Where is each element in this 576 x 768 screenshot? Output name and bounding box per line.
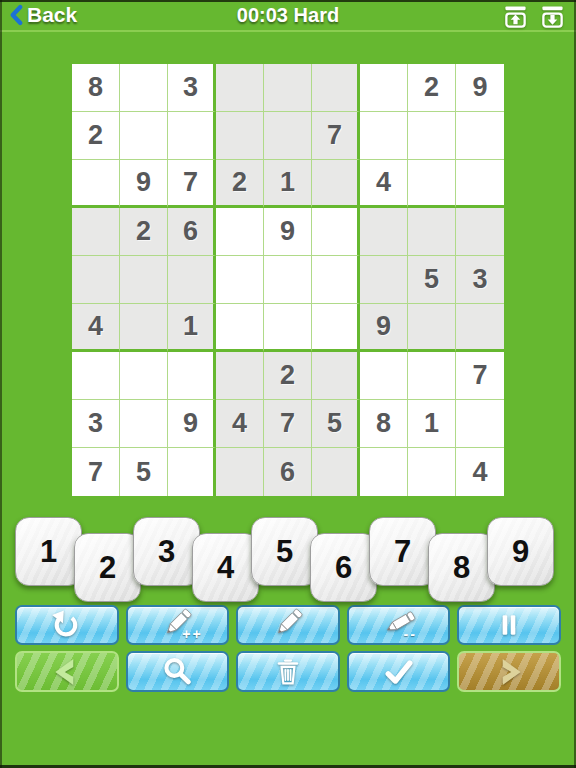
pause-button[interactable] bbox=[457, 605, 561, 645]
sudoku-cell[interactable]: 2 bbox=[408, 64, 456, 112]
sudoku-cell[interactable] bbox=[360, 352, 408, 400]
sudoku-cell[interactable] bbox=[456, 112, 504, 160]
number-tile-label: 7 bbox=[394, 534, 411, 570]
toolbar-row-1: ++-- bbox=[15, 605, 561, 645]
sudoku-cell[interactable]: 1 bbox=[408, 400, 456, 448]
sudoku-cell[interactable] bbox=[168, 256, 216, 304]
back-button[interactable]: Back bbox=[8, 3, 77, 27]
sudoku-cell[interactable] bbox=[312, 352, 360, 400]
sudoku-cell[interactable]: 9 bbox=[360, 304, 408, 352]
sudoku-cell[interactable] bbox=[216, 304, 264, 352]
toolbar-row-2 bbox=[15, 651, 561, 692]
sudoku-cell[interactable]: 9 bbox=[264, 208, 312, 256]
sudoku-cell[interactable] bbox=[360, 256, 408, 304]
sudoku-cell[interactable]: 7 bbox=[72, 448, 120, 496]
import-button[interactable] bbox=[539, 4, 566, 29]
number-tile-label: 9 bbox=[512, 534, 529, 570]
sudoku-cell[interactable]: 8 bbox=[360, 400, 408, 448]
sudoku-cell[interactable]: 2 bbox=[120, 208, 168, 256]
sudoku-cell[interactable]: 3 bbox=[456, 256, 504, 304]
sudoku-cell[interactable]: 8 bbox=[72, 64, 120, 112]
number-tile-7[interactable]: 7 bbox=[369, 517, 436, 586]
sudoku-cell[interactable]: 4 bbox=[72, 304, 120, 352]
sudoku-cell[interactable]: 6 bbox=[264, 448, 312, 496]
top-bar: Back 00:03 Hard bbox=[0, 0, 576, 32]
pencil-icon bbox=[268, 606, 308, 644]
sudoku-cell[interactable] bbox=[168, 112, 216, 160]
sudoku-cell[interactable]: 5 bbox=[408, 256, 456, 304]
sudoku-cell[interactable]: 7 bbox=[456, 352, 504, 400]
page-title: 00:03 Hard bbox=[0, 4, 576, 27]
back-label: Back bbox=[27, 3, 77, 27]
pencil-marks-remove-button[interactable]: -- bbox=[347, 605, 451, 645]
sudoku-cell[interactable] bbox=[120, 64, 168, 112]
delete-button[interactable] bbox=[236, 651, 340, 692]
number-tile-label: 3 bbox=[158, 534, 175, 570]
sudoku-cell[interactable] bbox=[312, 304, 360, 352]
number-tile-label: 1 bbox=[40, 534, 57, 570]
sudoku-cell[interactable]: 7 bbox=[312, 112, 360, 160]
number-tile-label: 4 bbox=[217, 550, 234, 586]
sudoku-cell[interactable] bbox=[264, 112, 312, 160]
sudoku-cell[interactable] bbox=[216, 208, 264, 256]
number-tile-label: 5 bbox=[276, 534, 293, 570]
sudoku-cell[interactable]: 6 bbox=[168, 208, 216, 256]
arrow-right-icon bbox=[489, 654, 529, 690]
sudoku-cell[interactable]: 2 bbox=[72, 112, 120, 160]
sudoku-cell[interactable] bbox=[120, 112, 168, 160]
timer-text: 00:03 bbox=[237, 4, 288, 26]
sudoku-cell[interactable]: 7 bbox=[168, 160, 216, 208]
sudoku-cell[interactable] bbox=[168, 448, 216, 496]
sudoku-cell[interactable]: 4 bbox=[360, 160, 408, 208]
sudoku-cell[interactable]: 5 bbox=[312, 400, 360, 448]
sudoku-cell[interactable] bbox=[360, 64, 408, 112]
previous-button[interactable] bbox=[15, 651, 119, 692]
sudoku-cell[interactable] bbox=[360, 448, 408, 496]
sudoku-cell[interactable] bbox=[120, 304, 168, 352]
number-tile-3[interactable]: 3 bbox=[133, 517, 200, 586]
sudoku-cell[interactable]: 3 bbox=[72, 400, 120, 448]
tray-down-icon bbox=[539, 4, 566, 29]
number-tile-8[interactable]: 8 bbox=[428, 533, 495, 602]
sudoku-cell[interactable] bbox=[456, 160, 504, 208]
sudoku-cell[interactable] bbox=[264, 304, 312, 352]
undo-icon bbox=[48, 607, 85, 643]
sudoku-cell[interactable] bbox=[120, 352, 168, 400]
sudoku-cell[interactable]: 3 bbox=[168, 64, 216, 112]
sudoku-cell[interactable] bbox=[408, 208, 456, 256]
sudoku-cell[interactable] bbox=[216, 112, 264, 160]
sudoku-cell[interactable] bbox=[456, 304, 504, 352]
number-tile-4[interactable]: 4 bbox=[192, 533, 259, 602]
sudoku-cell[interactable]: 1 bbox=[168, 304, 216, 352]
sudoku-cell[interactable] bbox=[216, 448, 264, 496]
sudoku-cell[interactable]: 9 bbox=[456, 64, 504, 112]
number-tile-label: 6 bbox=[335, 550, 352, 586]
number-tile-1[interactable]: 1 bbox=[15, 517, 82, 586]
sudoku-cell[interactable] bbox=[312, 208, 360, 256]
sudoku-cell[interactable]: 9 bbox=[168, 400, 216, 448]
magnifier-icon bbox=[159, 654, 196, 690]
sudoku-cell[interactable]: 2 bbox=[216, 160, 264, 208]
sudoku-cell[interactable] bbox=[264, 64, 312, 112]
sudoku-cell[interactable] bbox=[456, 208, 504, 256]
sudoku-cell[interactable] bbox=[408, 448, 456, 496]
number-tile-6[interactable]: 6 bbox=[310, 533, 377, 602]
sudoku-cell[interactable] bbox=[120, 256, 168, 304]
sudoku-board: 83292797214269534192739475817564 bbox=[72, 64, 504, 496]
number-tile-9[interactable]: 9 bbox=[487, 517, 554, 586]
sudoku-cell[interactable] bbox=[72, 352, 120, 400]
check-button[interactable] bbox=[347, 651, 451, 692]
sudoku-cell[interactable]: 7 bbox=[264, 400, 312, 448]
sudoku-cell[interactable] bbox=[456, 400, 504, 448]
sudoku-cell[interactable] bbox=[408, 304, 456, 352]
number-tile-label: 2 bbox=[99, 550, 116, 586]
next-button[interactable] bbox=[457, 651, 561, 692]
number-tile-2[interactable]: 2 bbox=[74, 533, 141, 602]
sudoku-cell[interactable] bbox=[312, 448, 360, 496]
sudoku-cell[interactable] bbox=[312, 64, 360, 112]
trash-icon bbox=[271, 655, 305, 689]
checkmark-icon bbox=[379, 654, 419, 690]
sudoku-cell[interactable] bbox=[360, 208, 408, 256]
pencil-badge: ++ bbox=[182, 626, 202, 642]
undo-button[interactable] bbox=[15, 605, 119, 645]
pencil-marks-add-button[interactable]: ++ bbox=[126, 605, 230, 645]
back-chevron-icon bbox=[8, 3, 25, 27]
sudoku-cell[interactable] bbox=[360, 112, 408, 160]
sudoku-cell[interactable]: 5 bbox=[120, 448, 168, 496]
sudoku-cell[interactable]: 4 bbox=[216, 400, 264, 448]
sudoku-cell[interactable] bbox=[120, 400, 168, 448]
sudoku-cell[interactable] bbox=[312, 160, 360, 208]
top-bar-actions bbox=[502, 4, 566, 29]
sudoku-cell[interactable]: 9 bbox=[120, 160, 168, 208]
sudoku-cell[interactable] bbox=[72, 208, 120, 256]
hint-search-button[interactable] bbox=[126, 651, 230, 692]
sudoku-cell[interactable] bbox=[168, 352, 216, 400]
pause-icon bbox=[492, 608, 526, 642]
sudoku-cell[interactable]: 2 bbox=[264, 352, 312, 400]
sudoku-cell[interactable] bbox=[216, 352, 264, 400]
number-tile-label: 8 bbox=[453, 550, 470, 586]
sudoku-cell[interactable] bbox=[264, 256, 312, 304]
difficulty-text: Hard bbox=[294, 4, 340, 26]
sudoku-cell[interactable] bbox=[312, 256, 360, 304]
sudoku-cell[interactable]: 4 bbox=[456, 448, 504, 496]
sudoku-cell[interactable] bbox=[408, 160, 456, 208]
export-button[interactable] bbox=[502, 4, 529, 29]
sudoku-cell[interactable]: 1 bbox=[264, 160, 312, 208]
app-screen: Back 00:03 Hard 832 bbox=[0, 0, 576, 768]
sudoku-cell[interactable] bbox=[72, 256, 120, 304]
number-tile-5[interactable]: 5 bbox=[251, 517, 318, 586]
pen-button[interactable] bbox=[236, 605, 340, 645]
arrow-left-icon bbox=[47, 654, 87, 690]
pencil-badge: -- bbox=[404, 626, 417, 642]
sudoku-cell[interactable] bbox=[216, 256, 264, 304]
sudoku-cell[interactable] bbox=[408, 352, 456, 400]
sudoku-cell[interactable] bbox=[72, 160, 120, 208]
sudoku-cell[interactable] bbox=[408, 112, 456, 160]
sudoku-cell[interactable] bbox=[216, 64, 264, 112]
tray-up-icon bbox=[502, 4, 529, 29]
